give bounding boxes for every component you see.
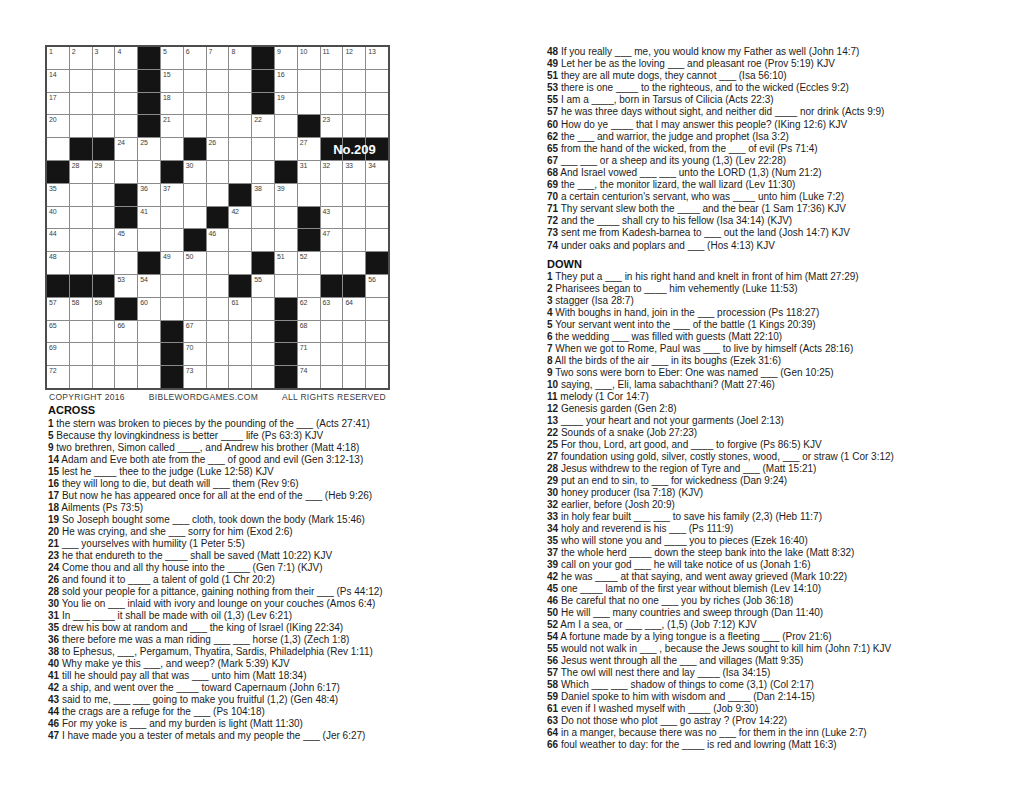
clue-down-28: 28 Jesus withdrew to the region of Tyre … <box>547 463 1012 475</box>
black-cell-r15c6 <box>161 366 183 388</box>
grid-cell-r6c10[interactable] <box>252 161 274 183</box>
grid-cell-r13c12[interactable]: 68 <box>298 321 320 343</box>
cell-number: 14 <box>49 71 56 78</box>
copyright-text: COPYRIGHT 2016 <box>49 392 125 402</box>
grid-cell-r9c9[interactable] <box>229 229 251 251</box>
clue-number: 43 <box>48 694 59 705</box>
clue-down-25: 25 For thou, Lord, art good, and ____ to… <box>547 439 1012 451</box>
grid-cell-r15c8[interactable] <box>207 366 229 388</box>
clue-down-12: 12 Genesis garden (Gen 2:8) <box>547 403 1012 415</box>
clue-across-70: 70 a certain centurion's servant, who wa… <box>547 191 1012 203</box>
grid-cell-r7c12[interactable] <box>298 184 320 206</box>
grid-cell-r10c13[interactable] <box>321 252 343 274</box>
grid-cell-r12c1[interactable]: 57 <box>47 298 69 320</box>
grid-cell-r2c12[interactable] <box>298 70 320 92</box>
clue-number: 23 <box>48 550 59 561</box>
cell-number: 4 <box>117 48 121 55</box>
grid-cell-r6c13[interactable]: 32 <box>321 161 343 183</box>
grid-cell-r7c13[interactable] <box>321 184 343 206</box>
grid-cell-r15c15[interactable] <box>366 366 388 388</box>
across-header: ACROSS <box>48 404 95 416</box>
cell-number: 51 <box>277 253 284 260</box>
clue-across-68: 68 And Israel vowed ___ ___ unto the LOR… <box>547 167 1012 179</box>
clue-number: 5 <box>547 319 553 330</box>
grid-cell-r6c4[interactable] <box>115 161 137 183</box>
grid-cell-r2c1[interactable]: 14 <box>47 70 69 92</box>
grid-cell-r5c1[interactable] <box>47 138 69 160</box>
grid-cell-r7c8[interactable] <box>207 184 229 206</box>
grid-cell-r3c14[interactable] <box>343 93 365 115</box>
clue-number: 57 <box>547 106 558 117</box>
cell-number: 35 <box>49 185 56 192</box>
grid-cell-r4c13[interactable]: 23 <box>321 115 343 137</box>
grid-cell-r7c5[interactable]: 36 <box>138 184 160 206</box>
grid-cell-r10c11[interactable]: 51 <box>275 252 297 274</box>
grid-cell-r2c9[interactable] <box>229 70 251 92</box>
grid-cell-r12c10[interactable] <box>252 298 274 320</box>
cell-number: 18 <box>163 94 170 101</box>
grid-cell-r12c12[interactable]: 62 <box>298 298 320 320</box>
cell-number: 45 <box>117 230 124 237</box>
grid-cell-r8c7[interactable] <box>184 207 206 229</box>
cell-number: 40 <box>49 208 56 215</box>
grid-cell-r3c12[interactable] <box>298 93 320 115</box>
clue-number: 9 <box>547 367 553 378</box>
grid-cell-r11c6[interactable] <box>161 275 183 297</box>
clue-number: 57 <box>547 667 558 678</box>
grid-cell-r14c15[interactable] <box>366 343 388 365</box>
grid-cell-r3c11[interactable]: 19 <box>275 93 297 115</box>
grid-cell-r7c7[interactable] <box>184 184 206 206</box>
clue-across-24: 24 Come thou and all thy house into the … <box>48 562 383 574</box>
clue-across-35: 35 drew his bow at random and ___ the ki… <box>48 622 383 634</box>
cell-number: 22 <box>254 116 261 123</box>
grid-cell-r3c7[interactable] <box>184 93 206 115</box>
grid-cell-r9c1[interactable]: 44 <box>47 229 69 251</box>
grid-cell-r12c7[interactable] <box>184 298 206 320</box>
grid-cell-r13c13[interactable] <box>321 321 343 343</box>
grid-cell-r10c3[interactable] <box>93 252 115 274</box>
grid-cell-r5c10[interactable] <box>252 138 274 160</box>
grid-cell-r15c1[interactable]: 72 <box>47 366 69 388</box>
clue-number: 18 <box>48 502 59 513</box>
clue-number: 27 <box>547 451 558 462</box>
grid-cell-r15c12[interactable]: 74 <box>298 366 320 388</box>
grid-cell-r9c13[interactable]: 47 <box>321 229 343 251</box>
cell-number: 25 <box>140 139 147 146</box>
grid-cell-r15c2[interactable] <box>70 366 92 388</box>
grid-cell-r9c14[interactable] <box>343 229 365 251</box>
grid-cell-r15c14[interactable] <box>343 366 365 388</box>
cell-number: 55 <box>254 276 261 283</box>
grid-cell-r14c7[interactable]: 70 <box>184 343 206 365</box>
grid-cell-r8c15[interactable] <box>366 207 388 229</box>
grid-cell-r10c12[interactable]: 52 <box>298 252 320 274</box>
black-cell-r7c4 <box>115 184 137 206</box>
grid-cell-r14c10[interactable] <box>252 343 274 365</box>
grid-cell-r14c9[interactable] <box>229 343 251 365</box>
grid-cell-r4c8[interactable] <box>207 115 229 137</box>
grid-cell-r4c9[interactable] <box>229 115 251 137</box>
black-cell-r13c11 <box>275 321 297 343</box>
clue-across-71: 71 Thy servant slew both the ____ and th… <box>547 203 1012 215</box>
grid-cell-r4c6[interactable]: 21 <box>161 115 183 137</box>
grid-cell-r10c4[interactable] <box>115 252 137 274</box>
grid-cell-r5c12[interactable]: 27 <box>298 138 320 160</box>
grid-cell-r1c8[interactable]: 7 <box>207 47 229 69</box>
grid-cell-r7c2[interactable] <box>70 184 92 206</box>
grid-cell-r2c7[interactable] <box>184 70 206 92</box>
grid-cell-r9c10[interactable] <box>252 229 274 251</box>
grid-cell-r3c8[interactable] <box>207 93 229 115</box>
grid-cell-r7c11[interactable]: 39 <box>275 184 297 206</box>
clue-number: 16 <box>48 478 59 489</box>
clue-number: 35 <box>48 622 59 633</box>
grid-cell-r3c13[interactable] <box>321 93 343 115</box>
black-cell-r5c3 <box>93 138 115 160</box>
grid-cell-r8c2[interactable] <box>70 207 92 229</box>
cell-number: 57 <box>49 299 56 306</box>
grid-cell-r5c9[interactable] <box>229 138 251 160</box>
grid-cell-r6c7[interactable]: 30 <box>184 161 206 183</box>
grid-cell-r8c14[interactable] <box>343 207 365 229</box>
black-cell-r6c6 <box>161 161 183 183</box>
grid-cell-r12c3[interactable]: 59 <box>93 298 115 320</box>
grid-cell-r2c2[interactable] <box>70 70 92 92</box>
grid-cell-r3c4[interactable] <box>115 93 137 115</box>
clue-across-72: 72 and the ____ shall cry to his fellow … <box>547 215 1012 227</box>
grid-cell-r12c9[interactable]: 61 <box>229 298 251 320</box>
down-clues-list: 1 They put a ___ in his right hand and k… <box>547 271 1012 751</box>
grid-cell-r2c15[interactable] <box>366 70 388 92</box>
grid-cell-r13c5[interactable] <box>138 321 160 343</box>
grid-cell-r15c5[interactable] <box>138 366 160 388</box>
black-cell-r11c3 <box>93 275 115 297</box>
grid-cell-r3c15[interactable] <box>366 93 388 115</box>
grid-cell-r14c8[interactable] <box>207 343 229 365</box>
grid-cell-r11c8[interactable] <box>207 275 229 297</box>
right-clues-column: 48 If you really ___ me, you would know … <box>547 46 1012 751</box>
grid-cell-r8c10[interactable] <box>252 207 274 229</box>
clue-across-46: 46 For my yoke is ___ and my burden is l… <box>48 718 383 730</box>
clue-down-66: 66 foul weather to day: for the ____ is … <box>547 739 1012 751</box>
grid-cell-r4c3[interactable] <box>93 115 115 137</box>
cell-number: 73 <box>186 367 193 374</box>
grid-cell-r4c4[interactable] <box>115 115 137 137</box>
grid-cell-r1c13[interactable]: 11 <box>321 47 343 69</box>
black-cell-r12c4 <box>115 298 137 320</box>
clue-number: 54 <box>547 631 558 642</box>
grid-cell-r9c5[interactable] <box>138 229 160 251</box>
cell-number: 48 <box>49 253 56 260</box>
grid-cell-r2c11[interactable]: 16 <box>275 70 297 92</box>
clue-down-27: 27 foundation using gold, silver, costly… <box>547 451 1012 463</box>
cell-number: 10 <box>300 48 307 55</box>
cell-number: 53 <box>117 276 124 283</box>
grid-cell-r7c1[interactable]: 35 <box>47 184 69 206</box>
grid-cell-r15c13[interactable] <box>321 366 343 388</box>
grid-cell-r12c8[interactable] <box>207 298 229 320</box>
clue-number: 55 <box>547 643 558 654</box>
grid-cell-r9c6[interactable] <box>161 229 183 251</box>
grid-cell-r2c13[interactable] <box>321 70 343 92</box>
clue-across-44: 44 the crags are a refuge for the ___ (P… <box>48 706 383 718</box>
clue-number: 69 <box>547 179 558 190</box>
clue-down-59: 59 Daniel spoke to him with wisdom and _… <box>547 691 1012 703</box>
black-cell-r2c5 <box>138 70 160 92</box>
black-cell-r8c4 <box>115 207 137 229</box>
cell-number: 54 <box>140 276 147 283</box>
grid-cell-r3c3[interactable] <box>93 93 115 115</box>
grid-cell-r8c3[interactable] <box>93 207 115 229</box>
grid-cell-r10c7[interactable]: 50 <box>184 252 206 274</box>
clue-number: 55 <box>547 94 558 105</box>
cell-number: 65 <box>49 322 56 329</box>
grid-cell-r9c15[interactable] <box>366 229 388 251</box>
clue-across-49: 49 Let her be as the loving ___ and plea… <box>547 58 1012 70</box>
grid-cell-r1c15[interactable]: 13 <box>366 47 388 69</box>
grid-cell-r13c4[interactable]: 66 <box>115 321 137 343</box>
grid-cell-r5c11[interactable] <box>275 138 297 160</box>
across-clues-list: 1 the stern was broken to pieces by the … <box>48 418 383 742</box>
clue-number: 15 <box>48 466 59 477</box>
clue-number: 22 <box>547 427 558 438</box>
black-cell-r9c12 <box>298 229 320 251</box>
grid-cell-r14c4[interactable] <box>115 343 137 365</box>
clue-down-61: 61 even if I washed myself with ____ (Jo… <box>547 703 1012 715</box>
crossword-grid: 1234567891011121314151617181920212223242… <box>45 45 390 390</box>
clue-number: 30 <box>547 487 558 498</box>
grid-cell-r5c5[interactable]: 25 <box>138 138 160 160</box>
grid-cell-r15c9[interactable] <box>229 366 251 388</box>
grid-cell-r11c4[interactable]: 53 <box>115 275 137 297</box>
grid-cell-r1c6[interactable]: 5 <box>161 47 183 69</box>
clue-across-55: 55 I am a ____, born in Tarsus of Cilici… <box>547 94 1012 106</box>
grid-cell-r1c9[interactable]: 8 <box>229 47 251 69</box>
grid-cell-r13c9[interactable] <box>229 321 251 343</box>
grid-cell-r1c11[interactable]: 9 <box>275 47 297 69</box>
grid-cell-r11c5[interactable]: 54 <box>138 275 160 297</box>
clue-across-26: 26 and found it to ____ a talent of gold… <box>48 574 383 586</box>
grid-cell-r14c3[interactable] <box>93 343 115 365</box>
grid-cell-r14c12[interactable]: 71 <box>298 343 320 365</box>
grid-cell-r3c1[interactable]: 17 <box>47 93 69 115</box>
grid-cell-r14c14[interactable] <box>343 343 365 365</box>
grid-cell-r14c2[interactable] <box>70 343 92 365</box>
grid-cell-r2c14[interactable] <box>343 70 365 92</box>
grid-cell-r2c3[interactable] <box>93 70 115 92</box>
clue-number: 61 <box>547 703 558 714</box>
grid-cell-r5c4[interactable]: 24 <box>115 138 137 160</box>
grid-cell-r6c9[interactable] <box>229 161 251 183</box>
grid-cell-r12c5[interactable]: 60 <box>138 298 160 320</box>
grid-cell-r12c14[interactable]: 64 <box>343 298 365 320</box>
grid-cell-r8c1[interactable]: 40 <box>47 207 69 229</box>
grid-cell-r11c15[interactable]: 56 <box>366 275 388 297</box>
grid-cell-r15c3[interactable] <box>93 366 115 388</box>
cell-number: 68 <box>300 322 307 329</box>
across-clues-continued: 48 If you really ___ me, you would know … <box>547 46 1012 252</box>
grid-cell-r8c6[interactable] <box>161 207 183 229</box>
cell-number: 3 <box>95 48 99 55</box>
clue-number: 50 <box>547 607 558 618</box>
grid-cell-r8c13[interactable]: 43 <box>321 207 343 229</box>
grid-cell-r11c12[interactable] <box>298 275 320 297</box>
grid-cell-r7c6[interactable]: 37 <box>161 184 183 206</box>
clue-number: 41 <box>48 670 59 681</box>
grid-cell-r12c15[interactable] <box>366 298 388 320</box>
grid-cell-r1c12[interactable]: 10 <box>298 47 320 69</box>
grid-cell-r7c14[interactable] <box>343 184 365 206</box>
grid-cell-r6c5[interactable] <box>138 161 160 183</box>
grid-cell-r8c5[interactable]: 41 <box>138 207 160 229</box>
clue-across-74: 74 under oaks and poplars and ___ (Hos 4… <box>547 240 1012 252</box>
grid-cell-r6c12[interactable]: 31 <box>298 161 320 183</box>
grid-cell-r11c10[interactable]: 55 <box>252 275 274 297</box>
grid-cell-r1c1[interactable]: 1 <box>47 47 69 69</box>
grid-cell-r12c6[interactable] <box>161 298 183 320</box>
grid-cell-r9c4[interactable]: 45 <box>115 229 137 251</box>
clue-number: 33 <box>547 511 558 522</box>
grid-cell-r1c2[interactable]: 2 <box>70 47 92 69</box>
grid-cell-r14c5[interactable] <box>138 343 160 365</box>
grid-cell-r8c11[interactable] <box>275 207 297 229</box>
clue-down-1: 1 They put a ___ in his right hand and k… <box>547 271 1012 283</box>
grid-cell-r13c8[interactable] <box>207 321 229 343</box>
clue-across-57: 57 he was three days without sight, and … <box>547 106 1012 118</box>
cell-number: 42 <box>231 208 238 215</box>
clue-number: 30 <box>48 598 59 609</box>
grid-cell-r4c11[interactable] <box>275 115 297 137</box>
cell-number: 6 <box>186 48 190 55</box>
cell-number: 34 <box>368 162 375 169</box>
grid-cell-r7c10[interactable]: 38 <box>252 184 274 206</box>
grid-cell-r10c14[interactable] <box>343 252 365 274</box>
grid-cell-r3c9[interactable] <box>229 93 251 115</box>
grid-cell-r2c6[interactable]: 15 <box>161 70 183 92</box>
cell-number: 5 <box>163 48 167 55</box>
grid-cell-r13c15[interactable] <box>366 321 388 343</box>
grid-cell-r3c2[interactable] <box>70 93 92 115</box>
grid-cell-r14c1[interactable]: 69 <box>47 343 69 365</box>
grid-cell-r4c7[interactable] <box>184 115 206 137</box>
grid-cell-r11c11[interactable] <box>275 275 297 297</box>
grid-cell-r5c8[interactable]: 26 <box>207 138 229 160</box>
grid-cell-r3c6[interactable]: 18 <box>161 93 183 115</box>
cell-number: 7 <box>209 48 213 55</box>
grid-cell-r8c9[interactable]: 42 <box>229 207 251 229</box>
grid-cell-r1c4[interactable]: 4 <box>115 47 137 69</box>
grid-cell-r4c10[interactable]: 22 <box>252 115 274 137</box>
grid-cell-r6c3[interactable]: 29 <box>93 161 115 183</box>
grid-cell-r5c6[interactable] <box>161 138 183 160</box>
clue-number: 29 <box>547 475 558 486</box>
grid-cell-r2c4[interactable] <box>115 70 137 92</box>
clue-down-8: 8 All the birds of the air ___ in its bo… <box>547 355 1012 367</box>
clue-down-30: 30 honey producer (Isa 7:18) (KJV) <box>547 487 1012 499</box>
clue-down-11: 11 melody (1 Cor 14:7) <box>547 391 1012 403</box>
clue-across-19: 19 So Joseph bought some ___ cloth, took… <box>48 514 383 526</box>
clue-number: 28 <box>547 463 558 474</box>
grid-cell-r1c14[interactable]: 12 <box>343 47 365 69</box>
cell-number: 70 <box>186 344 193 351</box>
grid-cell-r13c14[interactable] <box>343 321 365 343</box>
clue-down-56: 56 Jesus went through all the ___ and vi… <box>547 655 1012 667</box>
grid-cell-r9c8[interactable]: 46 <box>207 229 229 251</box>
grid-cell-r4c2[interactable] <box>70 115 92 137</box>
clue-across-31: 31 In ___ ____ it shall be made with oil… <box>48 610 383 622</box>
grid-cell-r9c11[interactable] <box>275 229 297 251</box>
clue-across-48: 48 If you really ___ me, you would know … <box>547 46 1012 58</box>
grid-cell-r6c14[interactable]: 33 <box>343 161 365 183</box>
grid-cell-r9c2[interactable] <box>70 229 92 251</box>
grid-cell-r10c1[interactable]: 48 <box>47 252 69 274</box>
cell-number: 8 <box>231 48 235 55</box>
cell-number: 38 <box>254 185 261 192</box>
clue-across-30: 30 You lie on ___ inlaid with ivory and … <box>48 598 383 610</box>
clue-across-51: 51 they are all mute dogs, they cannot _… <box>547 70 1012 82</box>
grid-cell-r4c15[interactable] <box>366 115 388 137</box>
clue-down-9: 9 Two sons were born to Eber: One was na… <box>547 367 1012 379</box>
clue-down-29: 29 put an end to sin, to ___ for wickedn… <box>547 475 1012 487</box>
grid-cell-r2c8[interactable] <box>207 70 229 92</box>
black-cell-r1c5 <box>138 47 160 69</box>
grid-cell-r13c10[interactable] <box>252 321 274 343</box>
grid-cell-r13c7[interactable]: 67 <box>184 321 206 343</box>
cell-number: 62 <box>300 299 307 306</box>
grid-cell-r9c3[interactable] <box>93 229 115 251</box>
clue-down-52: 52 Am I a sea, or ___ ___, (1,5) (Job 7:… <box>547 619 1012 631</box>
grid-cell-r1c7[interactable]: 6 <box>184 47 206 69</box>
clue-number: 6 <box>547 331 553 342</box>
clue-number: 46 <box>48 718 59 729</box>
black-cell-r2c10 <box>252 70 274 92</box>
grid-cell-r12c2[interactable]: 58 <box>70 298 92 320</box>
grid-cell-r10c9[interactable] <box>229 252 251 274</box>
clue-number: 72 <box>547 215 558 226</box>
clue-number: 63 <box>547 715 558 726</box>
grid-cell-r13c2[interactable] <box>70 321 92 343</box>
grid-cell-r10c6[interactable]: 49 <box>161 252 183 274</box>
grid-cell-r12c13[interactable]: 63 <box>321 298 343 320</box>
grid-cell-r7c15[interactable] <box>366 184 388 206</box>
grid-cell-r1c3[interactable]: 3 <box>93 47 115 69</box>
grid-cell-r13c3[interactable] <box>93 321 115 343</box>
grid-cell-r6c2[interactable]: 28 <box>70 161 92 183</box>
black-cell-r5c14 <box>343 138 365 160</box>
grid-cell-r10c8[interactable] <box>207 252 229 274</box>
grid-cell-r10c2[interactable] <box>70 252 92 274</box>
grid-cell-r6c15[interactable]: 34 <box>366 161 388 183</box>
cell-number: 26 <box>209 139 216 146</box>
grid-cell-r15c10[interactable] <box>252 366 274 388</box>
grid-cell-r6c8[interactable] <box>207 161 229 183</box>
grid-cell-r14c13[interactable] <box>321 343 343 365</box>
clue-number: 46 <box>547 595 558 606</box>
grid-cell-r15c4[interactable] <box>115 366 137 388</box>
grid-cell-r13c1[interactable]: 65 <box>47 321 69 343</box>
grid-cell-r4c1[interactable]: 20 <box>47 115 69 137</box>
grid-cell-r11c7[interactable] <box>184 275 206 297</box>
clue-across-9: 9 two brethren, Simon called ____, and A… <box>48 442 383 454</box>
grid-cell-r4c14[interactable] <box>343 115 365 137</box>
clue-number: 32 <box>547 499 558 510</box>
grid-cell-r7c3[interactable] <box>93 184 115 206</box>
clue-number: 67 <box>547 155 558 166</box>
clue-number: 52 <box>547 619 558 630</box>
clue-across-15: 15 lest he ____ thee to the judge (Luke … <box>48 466 383 478</box>
grid-cell-r15c7[interactable]: 73 <box>184 366 206 388</box>
